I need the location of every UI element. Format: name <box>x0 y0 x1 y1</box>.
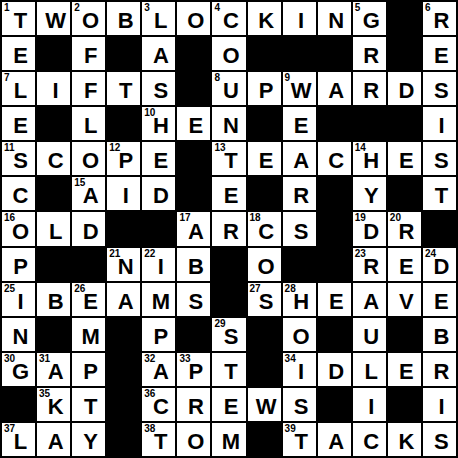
cell-r3c11[interactable]: R <box>353 72 386 105</box>
cell-r6c5[interactable]: D <box>142 177 175 210</box>
black-cell <box>177 318 210 351</box>
cell-letter: O <box>222 45 239 70</box>
cell-letter: E <box>294 115 309 140</box>
cell-r11c11[interactable]: L <box>353 353 386 386</box>
cell-letter: H <box>293 291 309 316</box>
cell-letter: A <box>83 185 99 210</box>
cell-r4c13[interactable]: I <box>423 107 456 140</box>
black-cell <box>212 248 245 281</box>
cell-letter: S <box>224 326 239 351</box>
clue-number: 25 <box>4 283 15 294</box>
cell-letter: C <box>328 150 344 175</box>
cell-r1c7[interactable]: 4C <box>212 2 245 35</box>
cell-r5c5[interactable]: E <box>142 142 175 175</box>
black-cell <box>423 212 456 245</box>
black-cell <box>318 177 351 210</box>
cell-r1c13[interactable]: 6R <box>423 2 456 35</box>
cell-r7c11[interactable]: 19D <box>353 212 386 245</box>
black-cell <box>388 37 421 70</box>
cell-letter: I <box>53 80 59 105</box>
cell-r9c13[interactable]: E <box>423 283 456 316</box>
cell-letter: N <box>328 10 344 35</box>
cell-letter: I <box>368 396 374 421</box>
cell-r11c5[interactable]: 32A <box>142 353 175 386</box>
cell-letter: N <box>118 256 134 281</box>
cell-letter: W <box>45 10 66 35</box>
clue-number: 5 <box>355 2 361 13</box>
black-cell <box>107 353 140 386</box>
cell-r9c6[interactable]: S <box>177 283 210 316</box>
cell-r7c8[interactable]: 18C <box>248 212 281 245</box>
cell-r11c12[interactable]: E <box>388 353 421 386</box>
cell-letter: C <box>223 10 239 35</box>
cell-letter: F <box>84 45 97 70</box>
black-cell <box>248 353 281 386</box>
cell-letter: D <box>328 361 344 386</box>
cell-letter: S <box>434 150 449 175</box>
cell-letter: A <box>48 361 64 386</box>
black-cell <box>283 248 316 281</box>
cell-letter: S <box>294 396 309 421</box>
cell-r6c11[interactable]: Y <box>353 177 386 210</box>
cell-r3c9[interactable]: 9W <box>283 72 316 105</box>
black-cell <box>2 388 35 421</box>
cell-r7c12[interactable]: 20R <box>388 212 421 245</box>
cell-r8c13[interactable]: 24D <box>423 248 456 281</box>
cell-letter: R <box>188 396 204 421</box>
black-cell <box>177 177 210 210</box>
cell-r11c10[interactable]: D <box>318 353 351 386</box>
cell-letter: A <box>153 361 169 386</box>
cell-r9c2[interactable]: B <box>37 283 70 316</box>
cell-letter: L <box>84 115 97 140</box>
cell-letter: E <box>434 45 449 70</box>
cell-letter: F <box>84 80 97 105</box>
cell-letter: H <box>153 115 169 140</box>
cell-r13c11[interactable]: C <box>353 423 386 456</box>
cell-letter: A <box>48 431 64 456</box>
cell-letter: E <box>13 45 28 70</box>
cell-r13c3[interactable]: Y <box>72 423 105 456</box>
cell-r5c12[interactable]: E <box>388 142 421 175</box>
black-cell <box>388 107 421 140</box>
cell-r10c11[interactable]: U <box>353 318 386 351</box>
cell-letter: R <box>363 80 379 105</box>
cell-r5c13[interactable]: S <box>423 142 456 175</box>
cell-r6c7[interactable]: E <box>212 177 245 210</box>
black-cell <box>318 37 351 70</box>
cell-r3c2[interactable]: I <box>37 72 70 105</box>
black-cell <box>248 318 281 351</box>
clue-number: 2 <box>74 2 80 13</box>
cell-r12c3[interactable]: T <box>72 388 105 421</box>
cell-r10c7[interactable]: 29S <box>212 318 245 351</box>
cell-letter: M <box>82 326 100 351</box>
cell-r5c11[interactable]: 14H <box>353 142 386 175</box>
cell-letter: S <box>13 150 28 175</box>
clue-number: 8 <box>214 72 220 83</box>
cell-letter: L <box>14 80 27 105</box>
cell-letter: U <box>223 80 239 105</box>
cell-letter: V <box>399 291 414 316</box>
cell-letter: I <box>298 361 304 386</box>
cell-letter: E <box>399 361 414 386</box>
cell-letter: S <box>434 431 449 456</box>
cell-r1c4[interactable]: B <box>107 2 140 35</box>
black-cell <box>177 37 210 70</box>
cell-r9c4[interactable]: A <box>107 283 140 316</box>
black-cell <box>177 142 210 175</box>
cell-r5c4[interactable]: 12P <box>107 142 140 175</box>
cell-letter: D <box>434 256 450 281</box>
black-cell <box>107 423 140 456</box>
cell-r12c7[interactable]: E <box>212 388 245 421</box>
black-cell <box>37 37 70 70</box>
black-cell <box>107 388 140 421</box>
cell-r5c9[interactable]: A <box>283 142 316 175</box>
cell-r2c7[interactable]: O <box>212 37 245 70</box>
cell-r3c10[interactable]: A <box>318 72 351 105</box>
cell-letter: R <box>363 256 379 281</box>
cell-letter: U <box>363 326 379 351</box>
cell-letter: R <box>293 185 309 210</box>
black-cell <box>318 107 351 140</box>
cell-letter: M <box>152 291 170 316</box>
cell-r2c1[interactable]: E <box>2 37 35 70</box>
cell-letter: M <box>222 431 240 456</box>
cell-letter: A <box>118 291 134 316</box>
cell-letter: L <box>365 361 378 386</box>
cell-r13c5[interactable]: 38T <box>142 423 175 456</box>
cell-letter: N <box>13 326 29 351</box>
cell-letter: C <box>48 150 64 175</box>
cell-letter: C <box>363 431 379 456</box>
cell-r4c6[interactable]: E <box>177 107 210 140</box>
cell-letter: E <box>329 291 344 316</box>
cell-r11c2[interactable]: 31A <box>37 353 70 386</box>
cell-r6c3[interactable]: 15A <box>72 177 105 210</box>
cell-r7c1[interactable]: 16O <box>2 212 35 245</box>
cell-letter: E <box>13 115 28 140</box>
clue-number: 7 <box>4 72 10 83</box>
cell-r10c5[interactable]: P <box>142 318 175 351</box>
cell-r12c11[interactable]: I <box>353 388 386 421</box>
cell-r4c1[interactable]: E <box>2 107 35 140</box>
cell-r8c4[interactable]: 21N <box>107 248 140 281</box>
cell-letter: W <box>291 80 312 105</box>
black-cell <box>353 107 386 140</box>
cell-r7c9[interactable]: S <box>283 212 316 245</box>
cell-r1c10[interactable]: N <box>318 2 351 35</box>
cell-r11c13[interactable]: R <box>423 353 456 386</box>
black-cell <box>248 423 281 456</box>
cell-letter: P <box>153 326 168 351</box>
black-cell <box>388 388 421 421</box>
cell-letter: E <box>83 291 98 316</box>
cell-letter: P <box>13 256 28 281</box>
cell-r10c3[interactable]: M <box>72 318 105 351</box>
cell-letter: E <box>259 150 274 175</box>
clue-number: 22 <box>144 248 155 259</box>
cell-r3c5[interactable]: S <box>142 72 175 105</box>
cell-r5c7[interactable]: 13T <box>212 142 245 175</box>
cell-letter: O <box>187 10 204 35</box>
cell-letter: S <box>189 291 204 316</box>
cell-r13c7[interactable]: M <box>212 423 245 456</box>
cell-r2c3[interactable]: F <box>72 37 105 70</box>
black-cell <box>142 212 175 245</box>
cell-r5c1[interactable]: 11S <box>2 142 35 175</box>
cell-letter: G <box>363 10 380 35</box>
cell-r4c3[interactable]: L <box>72 107 105 140</box>
cell-r1c8[interactable]: K <box>248 2 281 35</box>
cell-r7c3[interactable]: D <box>72 212 105 245</box>
cell-r13c12[interactable]: K <box>388 423 421 456</box>
black-cell <box>248 177 281 210</box>
cell-letter: A <box>153 45 169 70</box>
cell-letter: L <box>49 221 62 246</box>
cell-letter: B <box>48 291 64 316</box>
cell-letter: R <box>434 10 450 35</box>
cell-r8c1[interactable]: P <box>2 248 35 281</box>
cell-r3c13[interactable]: S <box>423 72 456 105</box>
cell-letter: B <box>434 326 450 351</box>
cell-letter: A <box>188 221 204 246</box>
cell-r11c6[interactable]: 33P <box>177 353 210 386</box>
cell-letter: P <box>118 150 133 175</box>
black-cell <box>107 107 140 140</box>
cell-letter: S <box>434 80 449 105</box>
cell-letter: O <box>293 326 310 351</box>
cell-r2c13[interactable]: E <box>423 37 456 70</box>
cell-r3c4[interactable]: T <box>107 72 140 105</box>
cell-letter: P <box>189 361 204 386</box>
black-cell <box>248 107 281 140</box>
cell-letter: D <box>153 185 169 210</box>
cell-letter: W <box>256 396 277 421</box>
cell-r3c3[interactable]: F <box>72 72 105 105</box>
black-cell <box>107 212 140 245</box>
cell-r9c3[interactable]: 26E <box>72 283 105 316</box>
cell-r11c7[interactable]: T <box>212 353 245 386</box>
cell-r6c1[interactable]: C <box>2 177 35 210</box>
cell-r3c7[interactable]: 8U <box>212 72 245 105</box>
cell-r13c2[interactable]: A <box>37 423 70 456</box>
cell-r3c12[interactable]: D <box>388 72 421 105</box>
cell-letter: A <box>328 80 344 105</box>
cell-letter: O <box>258 256 275 281</box>
cell-letter: T <box>154 431 167 456</box>
cell-letter: O <box>82 150 99 175</box>
cell-letter: B <box>118 10 134 35</box>
cell-r8c12[interactable]: E <box>388 248 421 281</box>
cell-letter: I <box>17 291 23 316</box>
black-cell <box>283 37 316 70</box>
cell-r12c13[interactable]: I <box>423 388 456 421</box>
clue-number: 4 <box>214 2 220 13</box>
cell-letter: D <box>363 221 379 246</box>
cell-r5c3[interactable]: O <box>72 142 105 175</box>
cell-letter: I <box>123 185 129 210</box>
cell-letter: T <box>14 10 27 35</box>
black-cell <box>107 37 140 70</box>
cell-r5c2[interactable]: C <box>37 142 70 175</box>
cell-r10c9[interactable]: O <box>283 318 316 351</box>
cell-letter: T <box>294 431 307 456</box>
cell-r7c7[interactable]: R <box>212 212 245 245</box>
cell-r3c8[interactable]: P <box>248 72 281 105</box>
black-cell <box>37 248 70 281</box>
black-cell <box>107 318 140 351</box>
cell-r7c2[interactable]: L <box>37 212 70 245</box>
cell-r8c8[interactable]: O <box>248 248 281 281</box>
cell-r2c11[interactable]: R <box>353 37 386 70</box>
cell-letter: G <box>12 361 29 386</box>
cell-r12c8[interactable]: W <box>248 388 281 421</box>
cell-r4c7[interactable]: N <box>212 107 245 140</box>
cell-letter: R <box>363 45 379 70</box>
black-cell <box>388 318 421 351</box>
cell-r6c9[interactable]: R <box>283 177 316 210</box>
cell-r10c13[interactable]: B <box>423 318 456 351</box>
black-cell <box>318 388 351 421</box>
cell-r8c6[interactable]: B <box>177 248 210 281</box>
cell-letter: O <box>82 10 99 35</box>
cell-r1c9[interactable]: I <box>283 2 316 35</box>
cell-letter: T <box>435 185 448 210</box>
cell-letter: L <box>154 10 167 35</box>
cell-r9c5[interactable]: M <box>142 283 175 316</box>
cell-r1c3[interactable]: 2O <box>72 2 105 35</box>
black-cell <box>318 318 351 351</box>
clue-number: 6 <box>425 2 431 13</box>
black-cell <box>37 107 70 140</box>
cell-letter: A <box>328 431 344 456</box>
cell-r2c5[interactable]: A <box>142 37 175 70</box>
cell-letter: Y <box>364 185 379 210</box>
cell-r1c1[interactable]: 1T <box>2 2 35 35</box>
cell-r6c13[interactable]: T <box>423 177 456 210</box>
cell-r3c1[interactable]: 7L <box>2 72 35 105</box>
cell-r5c8[interactable]: E <box>248 142 281 175</box>
cell-r13c10[interactable]: A <box>318 423 351 456</box>
black-cell <box>37 177 70 210</box>
cell-letter: D <box>83 221 99 246</box>
cell-r13c9[interactable]: 39T <box>283 423 316 456</box>
cell-r4c5[interactable]: 10H <box>142 107 175 140</box>
cell-letter: E <box>153 150 168 175</box>
cell-letter: P <box>83 361 98 386</box>
cell-r1c2[interactable]: W <box>37 2 70 35</box>
cell-letter: E <box>434 291 449 316</box>
cell-letter: I <box>438 115 444 140</box>
cell-r13c13[interactable]: S <box>423 423 456 456</box>
black-cell <box>318 248 351 281</box>
cell-letter: T <box>119 80 132 105</box>
clue-number: 1 <box>4 2 10 13</box>
cell-letter: H <box>363 150 379 175</box>
cell-r13c6[interactable]: O <box>177 423 210 456</box>
cell-r8c5[interactable]: 22I <box>142 248 175 281</box>
cell-letter: R <box>223 221 239 246</box>
clue-number: 34 <box>285 353 296 364</box>
cell-r11c1[interactable]: 30G <box>2 353 35 386</box>
crossword-grid: 1TW2OB3LO4CKIN5G6REFAORE7LIFTS8UP9WARDSE… <box>0 0 458 458</box>
cell-r1c11[interactable]: 5G <box>353 2 386 35</box>
cell-letter: E <box>224 396 239 421</box>
black-cell <box>177 72 210 105</box>
cell-letter: E <box>189 115 204 140</box>
cell-r12c6[interactable]: R <box>177 388 210 421</box>
black-cell <box>318 212 351 245</box>
cell-r13c1[interactable]: 37L <box>2 423 35 456</box>
cell-letter: A <box>293 150 309 175</box>
cell-r12c2[interactable]: 35K <box>37 388 70 421</box>
cell-letter: R <box>398 221 414 246</box>
cell-letter: D <box>398 80 414 105</box>
cell-letter: S <box>294 221 309 246</box>
cell-r9c10[interactable]: E <box>318 283 351 316</box>
cell-r11c3[interactable]: P <box>72 353 105 386</box>
cell-letter: B <box>188 256 204 281</box>
black-cell <box>248 37 281 70</box>
cell-letter: K <box>398 431 414 456</box>
black-cell <box>72 248 105 281</box>
cell-r8c11[interactable]: 23R <box>353 248 386 281</box>
cell-letter: I <box>158 256 164 281</box>
cell-r12c5[interactable]: 36C <box>142 388 175 421</box>
cell-letter: C <box>153 396 169 421</box>
cell-r1c6[interactable]: O <box>177 2 210 35</box>
cell-r5c10[interactable]: C <box>318 142 351 175</box>
black-cell <box>388 177 421 210</box>
cell-letter: O <box>12 221 29 246</box>
cell-letter: K <box>48 396 64 421</box>
black-cell <box>212 283 245 316</box>
clue-number: 9 <box>285 72 291 83</box>
cell-letter: P <box>259 80 274 105</box>
cell-letter: L <box>14 431 27 456</box>
cell-r11c9[interactable]: 34I <box>283 353 316 386</box>
cell-r9c1[interactable]: 25I <box>2 283 35 316</box>
cell-letter: S <box>259 291 274 316</box>
cell-r1c5[interactable]: 3L <box>142 2 175 35</box>
cell-r9c8[interactable]: 27S <box>248 283 281 316</box>
black-cell <box>388 2 421 35</box>
clue-number: 3 <box>144 2 150 13</box>
cell-letter: A <box>363 291 379 316</box>
cell-r9c9[interactable]: 28H <box>283 283 316 316</box>
cell-letter: C <box>13 185 29 210</box>
cell-letter: T <box>224 150 237 175</box>
cell-letter: Y <box>83 431 98 456</box>
cell-letter: K <box>258 10 274 35</box>
cell-r12c9[interactable]: S <box>283 388 316 421</box>
cell-letter: I <box>298 10 304 35</box>
cell-r7c6[interactable]: 17A <box>177 212 210 245</box>
black-cell <box>37 318 70 351</box>
cell-letter: E <box>399 256 414 281</box>
cell-letter: I <box>438 396 444 421</box>
cell-letter: T <box>84 396 97 421</box>
cell-r9c11[interactable]: A <box>353 283 386 316</box>
cell-r10c1[interactable]: N <box>2 318 35 351</box>
cell-r4c9[interactable]: E <box>283 107 316 140</box>
cell-letter: E <box>224 185 239 210</box>
cell-r6c4[interactable]: I <box>107 177 140 210</box>
cell-r9c12[interactable]: V <box>388 283 421 316</box>
cell-letter: N <box>223 115 239 140</box>
